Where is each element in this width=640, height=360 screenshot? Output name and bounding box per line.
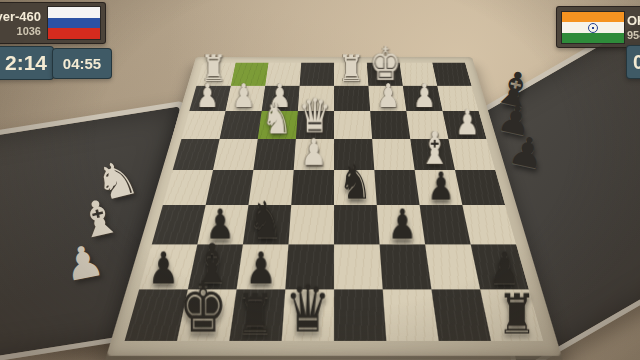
square-h3[interactable] xyxy=(181,111,225,139)
square-c4[interactable] xyxy=(372,139,415,170)
piece-white-pawn-c2[interactable]: ♟ xyxy=(370,65,406,111)
player-panel-left: yer-460 1036 xyxy=(0,2,106,44)
flag-stripe xyxy=(48,7,100,18)
piece-black-rook-f8[interactable]: ♜ xyxy=(229,275,281,342)
piece-white-pawn-b2[interactable]: ♟ xyxy=(406,65,442,111)
square-e6[interactable] xyxy=(288,205,334,244)
captured-white-pawn: ♟ xyxy=(60,238,107,289)
square-g4[interactable] xyxy=(213,139,258,170)
piece-white-pawn-e4[interactable]: ♟ xyxy=(294,119,334,170)
piece-black-queen-e8[interactable]: ♛ xyxy=(282,275,334,342)
piece-black-king-g8[interactable]: ♚ xyxy=(177,275,229,342)
player-left-rating: 1036 xyxy=(17,25,41,37)
india-flag-icon xyxy=(561,11,625,44)
square-d3[interactable] xyxy=(334,111,372,139)
square-c7[interactable] xyxy=(380,244,432,289)
timer-left-secondary: 04:55 xyxy=(52,48,112,79)
piece-white-pawn-h2[interactable]: ♟ xyxy=(189,65,225,111)
square-f4[interactable] xyxy=(253,139,296,170)
flag-stripe xyxy=(48,28,100,39)
square-e5[interactable] xyxy=(291,170,334,205)
square-c3[interactable] xyxy=(370,111,410,139)
player-right-name: OKy xyxy=(627,13,640,28)
player-right-rating: 954 xyxy=(627,29,640,41)
piece-white-rook-d1[interactable]: ♜ xyxy=(334,42,368,86)
flag-stripe xyxy=(562,12,624,22)
flag-stripe xyxy=(48,18,100,29)
timer-right: 0 xyxy=(626,45,640,79)
timer-right-value: 0 xyxy=(633,51,640,74)
square-c8[interactable] xyxy=(383,289,439,341)
square-h4[interactable] xyxy=(173,139,220,170)
piece-white-knight-f3[interactable]: ♞ xyxy=(258,90,296,138)
square-d6[interactable] xyxy=(334,205,380,244)
piece-black-rook-a8[interactable]: ♜ xyxy=(491,275,543,342)
piece-white-pawn-g2[interactable]: ♟ xyxy=(226,65,262,111)
square-e1[interactable] xyxy=(300,63,334,86)
player-left-name: yer-460 xyxy=(0,9,41,24)
player-panel-right: OKy 954 xyxy=(556,6,640,48)
square-d2[interactable] xyxy=(334,86,370,111)
timer-left-main-value: 2:14 xyxy=(5,51,47,75)
piece-black-pawn-b5[interactable]: ♟ xyxy=(420,151,463,205)
russia-flag-icon xyxy=(47,6,101,40)
piece-black-knight-d5[interactable]: ♞ xyxy=(334,151,377,205)
square-d7[interactable] xyxy=(334,244,383,289)
timer-left-secondary-value: 04:55 xyxy=(63,55,101,72)
square-d8[interactable] xyxy=(334,289,386,341)
square-g3[interactable] xyxy=(220,111,262,139)
timer-left-main: 2:14 xyxy=(0,46,54,80)
flag-stripe xyxy=(562,33,624,43)
chess-app-screen: ♞♝♟ ♝♟♟ ♚♜♜♛♞♝♟♟♟♟♟♟♟♚♛♜♜♝♞♞♟♟♟♟♟♟ yer-4… xyxy=(0,0,640,360)
ashoka-chakra-icon xyxy=(588,23,598,33)
piece-black-pawn-c6[interactable]: ♟ xyxy=(380,187,426,245)
